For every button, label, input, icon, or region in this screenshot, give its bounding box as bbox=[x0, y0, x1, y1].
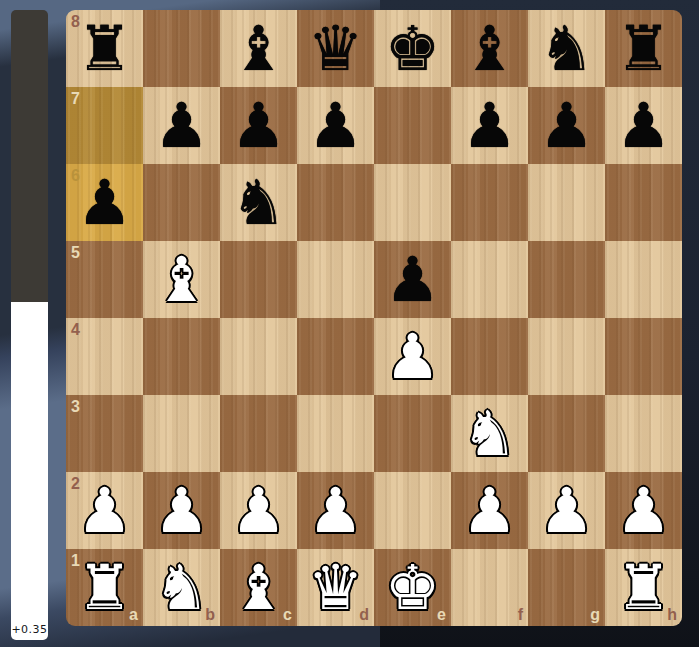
rank-label-7: 7 bbox=[71, 90, 80, 108]
square-a8[interactable]: 8♜ bbox=[66, 10, 143, 87]
black-king-e8[interactable]: ♚ bbox=[385, 10, 441, 87]
black-rook-h8[interactable]: ♜ bbox=[616, 10, 672, 87]
square-f3[interactable]: ♞ bbox=[451, 395, 528, 472]
square-c7[interactable]: ♟ bbox=[220, 87, 297, 164]
square-h4[interactable] bbox=[605, 318, 682, 395]
white-queen-d1[interactable]: ♛ bbox=[308, 549, 364, 626]
square-c8[interactable]: ♝ bbox=[220, 10, 297, 87]
square-f8[interactable]: ♝ bbox=[451, 10, 528, 87]
square-g1[interactable]: g bbox=[528, 549, 605, 626]
square-f5[interactable] bbox=[451, 241, 528, 318]
white-pawn-e4[interactable]: ♟ bbox=[385, 318, 441, 395]
square-a1[interactable]: 1a♜ bbox=[66, 549, 143, 626]
square-a3[interactable]: 3 bbox=[66, 395, 143, 472]
square-g4[interactable] bbox=[528, 318, 605, 395]
file-label-f: f bbox=[518, 606, 523, 624]
white-pawn-b2[interactable]: ♟ bbox=[154, 472, 210, 549]
file-label-g: g bbox=[590, 606, 600, 624]
square-g5[interactable] bbox=[528, 241, 605, 318]
square-g6[interactable] bbox=[528, 164, 605, 241]
rank-label-4: 4 bbox=[71, 321, 80, 339]
square-a2[interactable]: 2♟ bbox=[66, 472, 143, 549]
black-pawn-a6[interactable]: ♟ bbox=[77, 164, 133, 241]
square-a6[interactable]: 6♟ bbox=[66, 164, 143, 241]
square-a7[interactable]: 7 bbox=[66, 87, 143, 164]
white-knight-f3[interactable]: ♞ bbox=[462, 395, 518, 472]
black-pawn-b7[interactable]: ♟ bbox=[154, 87, 210, 164]
square-h8[interactable]: ♜ bbox=[605, 10, 682, 87]
white-pawn-d2[interactable]: ♟ bbox=[308, 472, 364, 549]
white-pawn-h2[interactable]: ♟ bbox=[616, 472, 672, 549]
square-b7[interactable]: ♟ bbox=[143, 87, 220, 164]
square-c5[interactable] bbox=[220, 241, 297, 318]
square-e2[interactable] bbox=[374, 472, 451, 549]
square-b6[interactable] bbox=[143, 164, 220, 241]
black-knight-g8[interactable]: ♞ bbox=[539, 10, 595, 87]
eval-score: +0.35 bbox=[11, 623, 48, 636]
black-pawn-f7[interactable]: ♟ bbox=[462, 87, 518, 164]
white-knight-b1[interactable]: ♞ bbox=[154, 549, 210, 626]
square-c6[interactable]: ♞ bbox=[220, 164, 297, 241]
white-pawn-g2[interactable]: ♟ bbox=[539, 472, 595, 549]
square-c2[interactable]: ♟ bbox=[220, 472, 297, 549]
white-pawn-f2[interactable]: ♟ bbox=[462, 472, 518, 549]
square-g8[interactable]: ♞ bbox=[528, 10, 605, 87]
square-d8[interactable]: ♛ bbox=[297, 10, 374, 87]
square-d1[interactable]: d♛ bbox=[297, 549, 374, 626]
square-c3[interactable] bbox=[220, 395, 297, 472]
square-f1[interactable]: f bbox=[451, 549, 528, 626]
square-d5[interactable] bbox=[297, 241, 374, 318]
white-rook-a1[interactable]: ♜ bbox=[77, 549, 133, 626]
black-pawn-d7[interactable]: ♟ bbox=[308, 87, 364, 164]
square-f2[interactable]: ♟ bbox=[451, 472, 528, 549]
square-b5[interactable]: ♝ bbox=[143, 241, 220, 318]
eval-bar-black-portion bbox=[11, 10, 48, 302]
rank-label-5: 5 bbox=[71, 244, 80, 262]
square-b8[interactable] bbox=[143, 10, 220, 87]
square-h1[interactable]: h♜ bbox=[605, 549, 682, 626]
white-bishop-c1[interactable]: ♝ bbox=[231, 549, 287, 626]
eval-bar: +0.35 bbox=[11, 10, 48, 640]
square-a4[interactable]: 4 bbox=[66, 318, 143, 395]
square-e3[interactable] bbox=[374, 395, 451, 472]
square-d4[interactable] bbox=[297, 318, 374, 395]
square-e1[interactable]: e♚ bbox=[374, 549, 451, 626]
square-e7[interactable] bbox=[374, 87, 451, 164]
white-pawn-a2[interactable]: ♟ bbox=[77, 472, 133, 549]
page: +0.35 8♜♝♛♚♝♞♜7♟♟♟♟♟♟6♟♞5♝♟4♟3♞2♟♟♟♟♟♟♟1… bbox=[0, 0, 699, 647]
black-pawn-c7[interactable]: ♟ bbox=[231, 87, 287, 164]
square-e5[interactable]: ♟ bbox=[374, 241, 451, 318]
square-a5[interactable]: 5 bbox=[66, 241, 143, 318]
square-b4[interactable] bbox=[143, 318, 220, 395]
black-pawn-e5[interactable]: ♟ bbox=[385, 241, 441, 318]
square-d2[interactable]: ♟ bbox=[297, 472, 374, 549]
black-bishop-f8[interactable]: ♝ bbox=[462, 10, 518, 87]
square-d7[interactable]: ♟ bbox=[297, 87, 374, 164]
square-f6[interactable] bbox=[451, 164, 528, 241]
square-c4[interactable] bbox=[220, 318, 297, 395]
square-e8[interactable]: ♚ bbox=[374, 10, 451, 87]
square-b2[interactable]: ♟ bbox=[143, 472, 220, 549]
white-bishop-b5[interactable]: ♝ bbox=[154, 241, 210, 318]
square-h7[interactable]: ♟ bbox=[605, 87, 682, 164]
square-g3[interactable] bbox=[528, 395, 605, 472]
square-c1[interactable]: c♝ bbox=[220, 549, 297, 626]
square-d3[interactable] bbox=[297, 395, 374, 472]
square-b1[interactable]: b♞ bbox=[143, 549, 220, 626]
rank-label-3: 3 bbox=[71, 398, 80, 416]
square-e4[interactable]: ♟ bbox=[374, 318, 451, 395]
black-bishop-c8[interactable]: ♝ bbox=[231, 10, 287, 87]
eval-bar-white-portion: +0.35 bbox=[11, 302, 48, 640]
square-h2[interactable]: ♟ bbox=[605, 472, 682, 549]
white-king-e1[interactable]: ♚ bbox=[385, 549, 441, 626]
square-h3[interactable] bbox=[605, 395, 682, 472]
black-rook-a8[interactable]: ♜ bbox=[77, 10, 133, 87]
square-h6[interactable] bbox=[605, 164, 682, 241]
black-knight-c6[interactable]: ♞ bbox=[231, 164, 287, 241]
black-pawn-h7[interactable]: ♟ bbox=[616, 87, 672, 164]
chess-board[interactable]: 8♜♝♛♚♝♞♜7♟♟♟♟♟♟6♟♞5♝♟4♟3♞2♟♟♟♟♟♟♟1a♜b♞c♝… bbox=[66, 10, 682, 626]
black-pawn-g7[interactable]: ♟ bbox=[539, 87, 595, 164]
black-queen-d8[interactable]: ♛ bbox=[308, 10, 364, 87]
square-f7[interactable]: ♟ bbox=[451, 87, 528, 164]
white-pawn-c2[interactable]: ♟ bbox=[231, 472, 287, 549]
square-g7[interactable]: ♟ bbox=[528, 87, 605, 164]
square-f4[interactable] bbox=[451, 318, 528, 395]
square-d6[interactable] bbox=[297, 164, 374, 241]
square-g2[interactable]: ♟ bbox=[528, 472, 605, 549]
square-e6[interactable] bbox=[374, 164, 451, 241]
square-b3[interactable] bbox=[143, 395, 220, 472]
white-rook-h1[interactable]: ♜ bbox=[616, 549, 672, 626]
square-h5[interactable] bbox=[605, 241, 682, 318]
